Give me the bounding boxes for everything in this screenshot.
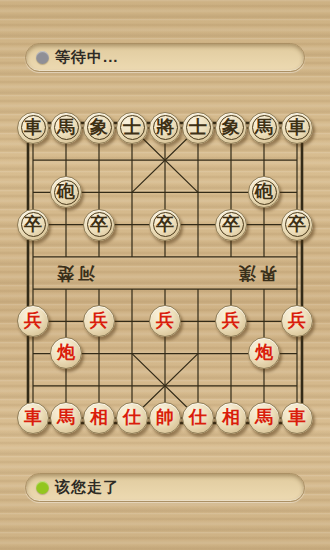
xiangqi-app: { "game": "xiangqi", "position": "rnbaka… xyxy=(0,0,330,550)
piece-black-卒[interactable]: 卒 xyxy=(149,209,181,241)
piece-glyph: 卒 xyxy=(288,215,306,233)
piece-glyph: 馬 xyxy=(57,118,75,136)
piece-red-炮[interactable]: 炮 xyxy=(50,337,82,369)
piece-black-車[interactable]: 車 xyxy=(17,112,49,144)
piece-glyph: 卒 xyxy=(222,215,240,233)
piece-black-士[interactable]: 士 xyxy=(116,112,148,144)
piece-red-仕[interactable]: 仕 xyxy=(116,402,148,434)
piece-glyph: 兵 xyxy=(90,311,108,329)
player-turn-dot-icon xyxy=(36,481,49,494)
piece-glyph: 仕 xyxy=(189,408,207,426)
piece-glyph: 馬 xyxy=(57,408,75,426)
piece-black-馬[interactable]: 馬 xyxy=(248,112,280,144)
piece-glyph: 兵 xyxy=(288,311,306,329)
piece-red-兵[interactable]: 兵 xyxy=(17,305,49,337)
piece-glyph: 象 xyxy=(222,118,240,136)
piece-black-砲[interactable]: 砲 xyxy=(50,176,82,208)
piece-black-車[interactable]: 車 xyxy=(281,112,313,144)
piece-red-馬[interactable]: 馬 xyxy=(248,402,280,434)
opponent-status-dot-icon xyxy=(36,51,49,64)
status-bar-opponent: 等待中... xyxy=(25,43,305,72)
piece-glyph: 兵 xyxy=(156,311,174,329)
piece-red-兵[interactable]: 兵 xyxy=(215,305,247,337)
piece-red-相[interactable]: 相 xyxy=(83,402,115,434)
xiangqi-board[interactable]: 楚河 漢界 車馬象士將士象馬車砲砲卒卒卒卒卒兵兵兵兵兵炮炮車馬相仕帥仕相馬車 xyxy=(12,107,318,437)
piece-red-兵[interactable]: 兵 xyxy=(281,305,313,337)
piece-red-炮[interactable]: 炮 xyxy=(248,337,280,369)
piece-red-車[interactable]: 車 xyxy=(17,402,49,434)
piece-red-相[interactable]: 相 xyxy=(215,402,247,434)
player-turn-label: 该您走了 xyxy=(55,478,119,497)
piece-glyph: 將 xyxy=(156,118,174,136)
piece-glyph: 砲 xyxy=(255,182,273,200)
piece-glyph: 相 xyxy=(222,408,240,426)
piece-glyph: 兵 xyxy=(24,311,42,329)
piece-red-馬[interactable]: 馬 xyxy=(50,402,82,434)
piece-glyph: 卒 xyxy=(156,215,174,233)
piece-glyph: 帥 xyxy=(156,408,174,426)
piece-glyph: 相 xyxy=(90,408,108,426)
piece-black-卒[interactable]: 卒 xyxy=(83,209,115,241)
piece-glyph: 卒 xyxy=(24,215,42,233)
piece-red-車[interactable]: 車 xyxy=(281,402,313,434)
piece-black-士[interactable]: 士 xyxy=(182,112,214,144)
piece-glyph: 兵 xyxy=(222,311,240,329)
status-bar-player: 该您走了 xyxy=(25,473,305,502)
piece-glyph: 仕 xyxy=(123,408,141,426)
piece-black-砲[interactable]: 砲 xyxy=(248,176,280,208)
piece-red-兵[interactable]: 兵 xyxy=(149,305,181,337)
piece-red-仕[interactable]: 仕 xyxy=(182,402,214,434)
piece-black-象[interactable]: 象 xyxy=(83,112,115,144)
piece-glyph: 炮 xyxy=(57,343,75,361)
piece-glyph: 士 xyxy=(189,118,207,136)
piece-black-卒[interactable]: 卒 xyxy=(17,209,49,241)
piece-glyph: 砲 xyxy=(57,182,75,200)
piece-glyph: 車 xyxy=(24,408,42,426)
piece-glyph: 象 xyxy=(90,118,108,136)
piece-red-帥[interactable]: 帥 xyxy=(149,402,181,434)
piece-glyph: 馬 xyxy=(255,118,273,136)
piece-glyph: 士 xyxy=(123,118,141,136)
piece-black-卒[interactable]: 卒 xyxy=(281,209,313,241)
piece-glyph: 車 xyxy=(288,118,306,136)
piece-glyph: 車 xyxy=(24,118,42,136)
opponent-status-label: 等待中... xyxy=(55,48,119,67)
piece-black-馬[interactable]: 馬 xyxy=(50,112,82,144)
piece-red-兵[interactable]: 兵 xyxy=(83,305,115,337)
pieces-layer: 車馬象士將士象馬車砲砲卒卒卒卒卒兵兵兵兵兵炮炮車馬相仕帥仕相馬車 xyxy=(17,112,314,434)
piece-glyph: 炮 xyxy=(255,343,273,361)
piece-black-象[interactable]: 象 xyxy=(215,112,247,144)
piece-black-將[interactable]: 將 xyxy=(149,112,181,144)
piece-black-卒[interactable]: 卒 xyxy=(215,209,247,241)
piece-glyph: 車 xyxy=(288,408,306,426)
piece-glyph: 馬 xyxy=(255,408,273,426)
piece-glyph: 卒 xyxy=(90,215,108,233)
